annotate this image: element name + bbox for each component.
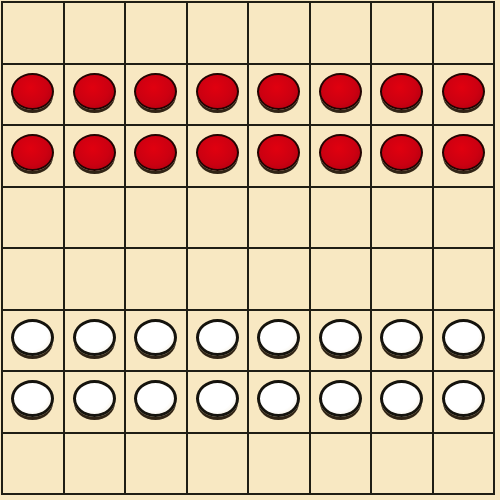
board-cell[interactable] [311, 434, 371, 494]
board-cell[interactable] [372, 65, 432, 125]
board-cell[interactable] [311, 249, 371, 309]
board-cell[interactable] [434, 188, 494, 248]
board-cell[interactable] [311, 65, 371, 125]
board-cell[interactable] [3, 249, 63, 309]
board-cell[interactable] [65, 372, 125, 432]
white-piece[interactable] [257, 380, 300, 417]
board-cell[interactable] [434, 372, 494, 432]
board-cell[interactable] [188, 3, 248, 63]
board-cell[interactable] [372, 311, 432, 371]
red-piece[interactable] [134, 73, 177, 110]
red-piece[interactable] [196, 73, 239, 110]
board-cell[interactable] [126, 65, 186, 125]
board-cell[interactable] [3, 372, 63, 432]
board-cell[interactable] [126, 126, 186, 186]
board-cell[interactable] [372, 372, 432, 432]
white-piece[interactable] [380, 319, 423, 356]
white-piece[interactable] [134, 380, 177, 417]
white-piece[interactable] [196, 319, 239, 356]
white-piece[interactable] [257, 319, 300, 356]
board-cell[interactable] [249, 3, 309, 63]
red-piece[interactable] [380, 134, 423, 171]
board-cell[interactable] [311, 126, 371, 186]
red-piece[interactable] [319, 134, 362, 171]
board-cell[interactable] [126, 188, 186, 248]
red-piece[interactable] [11, 73, 54, 110]
red-piece[interactable] [11, 134, 54, 171]
board-cell[interactable] [188, 126, 248, 186]
board-cell[interactable] [311, 372, 371, 432]
board-cell[interactable] [249, 65, 309, 125]
red-piece[interactable] [73, 73, 116, 110]
board-cell[interactable] [65, 188, 125, 248]
board-cell[interactable] [311, 188, 371, 248]
board-cell[interactable] [188, 434, 248, 494]
board-cell[interactable] [434, 311, 494, 371]
board-cell[interactable] [311, 3, 371, 63]
white-piece[interactable] [134, 319, 177, 356]
board-cell[interactable] [372, 3, 432, 63]
white-piece[interactable] [319, 319, 362, 356]
board-cell[interactable] [434, 249, 494, 309]
board-cell[interactable] [372, 126, 432, 186]
board-cell[interactable] [65, 126, 125, 186]
white-piece[interactable] [11, 380, 54, 417]
white-piece[interactable] [442, 380, 485, 417]
board-cell[interactable] [188, 311, 248, 371]
board-cell[interactable] [434, 65, 494, 125]
board-cell[interactable] [65, 249, 125, 309]
board-cell[interactable] [3, 188, 63, 248]
white-piece[interactable] [319, 380, 362, 417]
white-piece[interactable] [73, 380, 116, 417]
board-cell[interactable] [434, 126, 494, 186]
white-piece[interactable] [196, 380, 239, 417]
board-cell[interactable] [249, 434, 309, 494]
board-cell[interactable] [65, 311, 125, 371]
board-cell[interactable] [188, 188, 248, 248]
board-cell[interactable] [249, 188, 309, 248]
red-piece[interactable] [257, 73, 300, 110]
board-cell[interactable] [3, 3, 63, 63]
board-cell[interactable] [126, 372, 186, 432]
white-piece[interactable] [442, 319, 485, 356]
red-piece[interactable] [380, 73, 423, 110]
board-cell[interactable] [311, 311, 371, 371]
white-piece[interactable] [11, 319, 54, 356]
board-cell[interactable] [372, 434, 432, 494]
board-cell[interactable] [434, 434, 494, 494]
red-piece[interactable] [319, 73, 362, 110]
board-frame [1, 1, 495, 495]
dama-board [1, 1, 495, 495]
red-piece[interactable] [442, 134, 485, 171]
board-cell[interactable] [3, 65, 63, 125]
red-piece[interactable] [134, 134, 177, 171]
board-cell[interactable] [126, 434, 186, 494]
board-cell[interactable] [188, 65, 248, 125]
board-cell[interactable] [3, 311, 63, 371]
board-cell[interactable] [3, 126, 63, 186]
board-cell[interactable] [65, 434, 125, 494]
board-cell[interactable] [126, 3, 186, 63]
board-cell[interactable] [434, 3, 494, 63]
red-piece[interactable] [73, 134, 116, 171]
board-cell[interactable] [188, 249, 248, 309]
white-piece[interactable] [73, 319, 116, 356]
board-cell[interactable] [126, 311, 186, 371]
white-piece[interactable] [380, 380, 423, 417]
board-cell[interactable] [249, 372, 309, 432]
board-cell[interactable] [249, 311, 309, 371]
board-cell[interactable] [372, 188, 432, 248]
board-cell[interactable] [188, 372, 248, 432]
red-piece[interactable] [196, 134, 239, 171]
red-piece[interactable] [257, 134, 300, 171]
board-cell[interactable] [249, 126, 309, 186]
board-cell[interactable] [3, 434, 63, 494]
board-cell[interactable] [126, 249, 186, 309]
board-cell[interactable] [372, 249, 432, 309]
board-cell[interactable] [65, 3, 125, 63]
board-cell[interactable] [249, 249, 309, 309]
board-cell[interactable] [65, 65, 125, 125]
red-piece[interactable] [442, 73, 485, 110]
